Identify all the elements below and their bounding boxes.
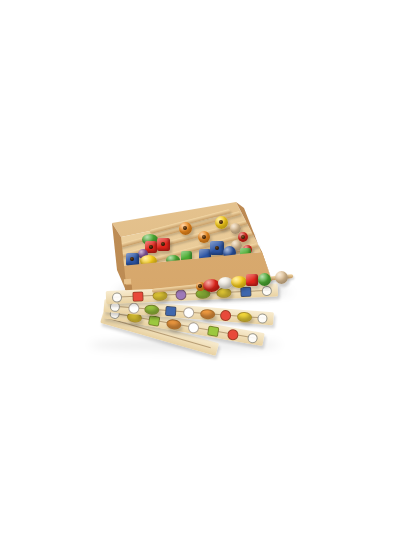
bead-hole bbox=[202, 235, 207, 240]
printed-green-bead bbox=[144, 303, 160, 314]
printed-outline-circle bbox=[247, 331, 259, 343]
bead-hole bbox=[183, 226, 188, 231]
printed-green-bead bbox=[207, 324, 220, 336]
bead-yellow-holeball-in-box bbox=[215, 216, 228, 229]
printed-outline-circle bbox=[262, 285, 272, 295]
printed-orange-bead bbox=[199, 308, 215, 319]
bead-wood-ball-on-rod bbox=[275, 271, 288, 284]
printed-outline-circle bbox=[257, 312, 268, 323]
bead-hole bbox=[219, 220, 224, 225]
bead-red-cube-in-box bbox=[157, 238, 170, 251]
bead-yellow-oval-on-rod bbox=[231, 276, 247, 288]
printed-white-bead bbox=[183, 306, 195, 318]
printed-white-bead bbox=[127, 301, 139, 313]
bead-hole bbox=[241, 235, 245, 239]
printed-red-bead bbox=[133, 290, 144, 300]
bead-orange-holeball-in-box bbox=[179, 222, 192, 235]
bead-blue-cube-in-box bbox=[126, 253, 139, 266]
printed-blue-bead bbox=[164, 305, 176, 316]
printed-yellow-bead bbox=[236, 310, 252, 321]
box-front bbox=[0, 0, 400, 550]
bead-red-cube-on-rod bbox=[246, 274, 258, 286]
box-finger-joint bbox=[124, 279, 131, 285]
bead-hole bbox=[130, 257, 134, 261]
bead-blue-cube-in-box bbox=[210, 241, 224, 255]
bead-hole bbox=[149, 245, 153, 249]
bead-green-ball-on-rod bbox=[258, 273, 271, 286]
printed-red-bead bbox=[220, 309, 232, 321]
bead-wood-ball-in-box bbox=[230, 223, 241, 234]
printed-orange-bead bbox=[166, 317, 183, 329]
bead-hole bbox=[198, 284, 201, 287]
bead-hole bbox=[215, 246, 219, 250]
printed-outline-circle bbox=[112, 291, 122, 301]
product-photo bbox=[0, 0, 400, 550]
printed-white-bead bbox=[187, 320, 200, 333]
printed-red-bead bbox=[227, 327, 240, 340]
bead-orange-holeball-in-box bbox=[198, 231, 210, 243]
bead-red-oval-on-rod bbox=[203, 279, 220, 292]
bead-hole bbox=[161, 242, 165, 246]
photo-stage bbox=[0, 0, 400, 550]
